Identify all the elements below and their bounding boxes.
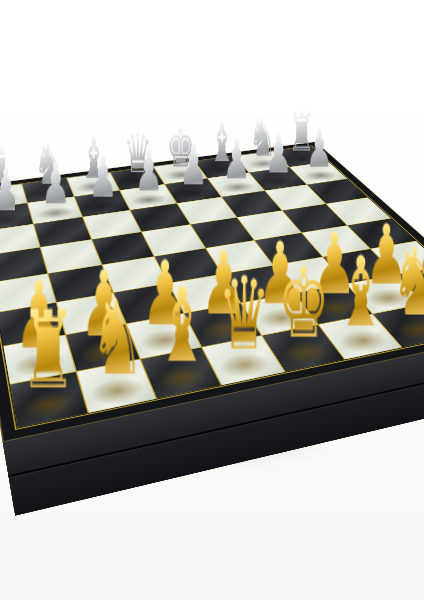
piece-silver-pawn-h7: ♟ [282, 125, 358, 174]
piece-reflection-f8 [203, 163, 243, 177]
scene: ♜♞♝♛♚♝♞♜♟♟♟♟♟♟♟♟♟♟♟♟♟♟♟♟♜♞♝♛♚♝♞♜ [0, 0, 424, 600]
square-f3 [274, 257, 346, 293]
square-a4 [0, 274, 56, 312]
square-e3 [222, 266, 293, 303]
piece-reflection-f1 [333, 327, 394, 356]
square-a6 [0, 224, 40, 255]
piece-reflection-f2 [308, 295, 365, 321]
square-g1: ♞ [373, 304, 424, 347]
chess-set: ♜♞♝♛♚♝♞♜♟♟♟♟♟♟♟♟♟♟♟♟♟♟♟♟♜♞♝♛♚♝♞♜ [0, 142, 424, 443]
product-photo-stage: ♜♞♝♛♚♝♞♜♟♟♟♟♟♟♟♟♟♟♟♟♟♟♟♟♜♞♝♛♚♝♞♜ [0, 0, 424, 600]
piece-reflection-b1 [88, 374, 149, 409]
piece-reflection-c1 [153, 362, 214, 395]
piece-reflection-e1 [276, 338, 337, 368]
board-frame: ♜♞♝♛♚♝♞♜♟♟♟♟♟♟♟♟♟♟♟♟♟♟♟♟♜♞♝♛♚♝♞♜ [0, 142, 424, 443]
piece-reflection-b2 [76, 337, 133, 367]
piece-reflection-e8 [161, 168, 201, 182]
piece-reflection-d1 [216, 350, 277, 382]
square-c3 [114, 283, 183, 323]
piece-reflection-h2 [411, 277, 424, 301]
piece-reflection-e2 [253, 305, 310, 332]
piece-reflection-a1 [20, 387, 81, 423]
square-b4 [49, 265, 113, 302]
piece-silver-rook-h8: ♜ [266, 108, 339, 157]
